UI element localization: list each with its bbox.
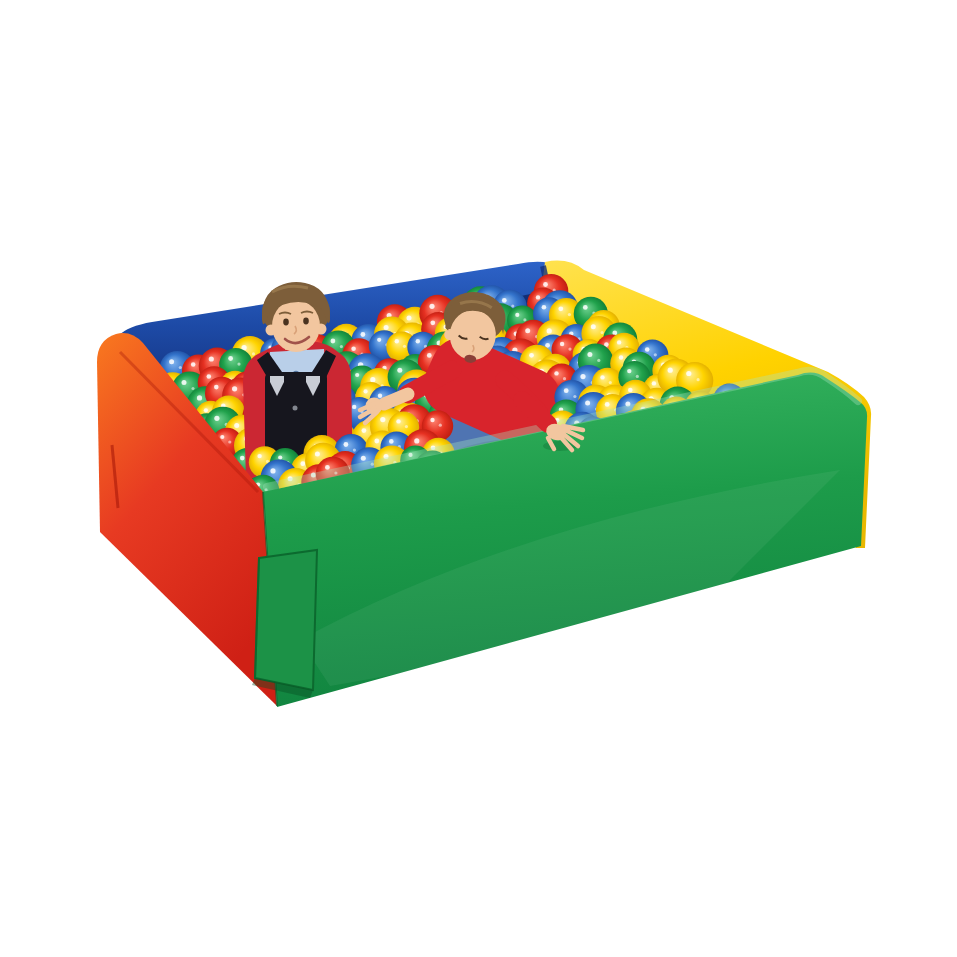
product-photo-stage bbox=[0, 0, 957, 957]
green-velcro-flap bbox=[252, 550, 317, 698]
clasp bbox=[306, 376, 320, 382]
clasp bbox=[270, 376, 284, 382]
ball-pit-scene bbox=[0, 0, 957, 957]
eye bbox=[303, 318, 309, 325]
flap-face bbox=[255, 550, 317, 690]
right-boy-left-forearm bbox=[384, 394, 408, 404]
bib-button bbox=[293, 406, 298, 411]
eye bbox=[283, 319, 289, 326]
